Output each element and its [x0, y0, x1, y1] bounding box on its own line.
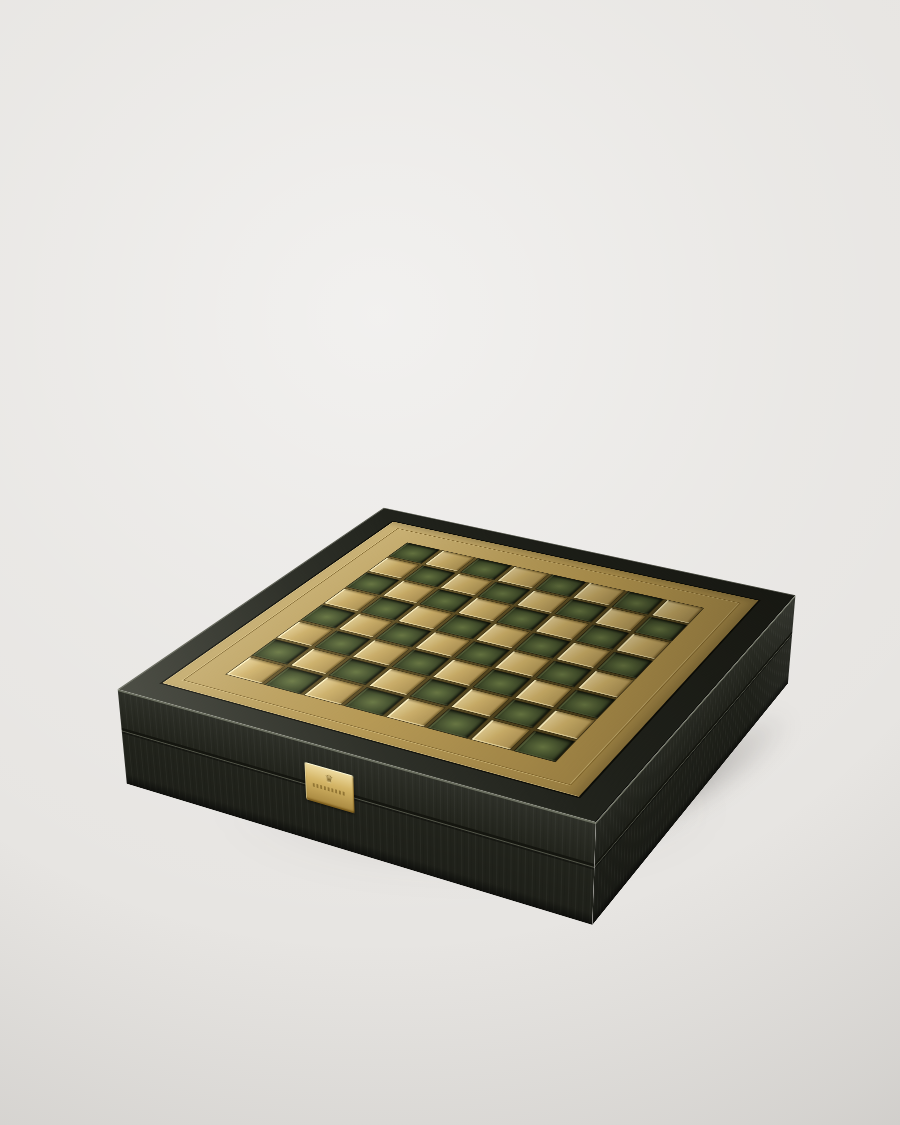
clasp: ♛: [304, 762, 354, 814]
square-d6: [393, 650, 448, 675]
square-g8: [471, 720, 530, 749]
square-h5: [579, 671, 634, 698]
square-f6: [474, 670, 530, 697]
square-f5: [495, 651, 550, 677]
square-g7: [494, 700, 551, 728]
square-h7: [537, 711, 595, 740]
chess-box: ♛: [118, 508, 796, 823]
product-scene: ♛: [0, 0, 900, 1125]
square-g6: [516, 680, 572, 707]
square-e7: [410, 679, 467, 706]
square-h8: [515, 732, 574, 762]
square-g5: [537, 661, 592, 687]
board-grid: [227, 543, 704, 762]
square-g4: [557, 643, 611, 668]
square-e5: [455, 642, 509, 667]
square-c8: [305, 678, 363, 705]
square-c7: [330, 659, 386, 685]
square-c6: [354, 640, 409, 665]
square-d8: [345, 688, 403, 715]
square-f7: [452, 689, 509, 717]
square-h6: [558, 690, 614, 718]
square-h4: [598, 652, 652, 678]
square-b7: [291, 649, 347, 674]
square-a7: [252, 639, 308, 664]
square-d7: [369, 669, 425, 695]
square-e6: [433, 660, 488, 686]
square-e8: [386, 698, 444, 726]
square-a8: [227, 657, 284, 683]
square-f8: [428, 709, 486, 738]
square-b8: [265, 667, 322, 693]
